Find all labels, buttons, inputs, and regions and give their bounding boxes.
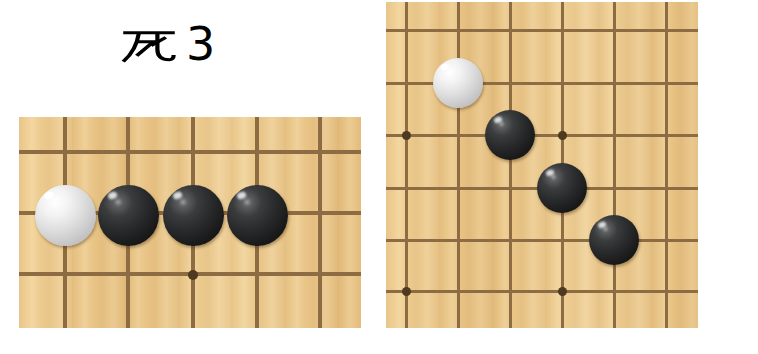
- star-point: [402, 287, 411, 296]
- star-point: [558, 131, 567, 140]
- white-stone: [35, 185, 96, 246]
- black-stone: [589, 215, 639, 265]
- black-stone: [163, 185, 224, 246]
- grid-line-horizontal: [386, 29, 698, 32]
- black-stone: [227, 185, 288, 246]
- grid-line-horizontal: [386, 239, 698, 242]
- grid-line-horizontal: [386, 134, 698, 137]
- white-stone: [433, 58, 483, 108]
- problem-title: 3: [121, 23, 215, 65]
- black-stone: [485, 110, 535, 160]
- grid-line-vertical: [405, 2, 408, 328]
- grid-line-vertical: [457, 2, 460, 328]
- black-stone: [537, 163, 587, 213]
- black-stone: [98, 185, 159, 246]
- star-point: [558, 287, 567, 296]
- grid-line-horizontal: [19, 150, 361, 154]
- problem-number: 3: [186, 24, 215, 64]
- grid-line-vertical: [318, 117, 322, 328]
- go-board-right[interactable]: [386, 2, 698, 328]
- page: 3: [0, 0, 758, 354]
- grid-line-vertical: [665, 2, 668, 328]
- star-point: [402, 131, 411, 140]
- grid-line-vertical: [613, 2, 616, 328]
- go-board-left[interactable]: [19, 117, 361, 328]
- grid-line-horizontal: [386, 290, 698, 293]
- kanji-shi-death-icon: [121, 25, 177, 64]
- grid-line-vertical: [509, 2, 512, 328]
- star-point: [188, 270, 198, 280]
